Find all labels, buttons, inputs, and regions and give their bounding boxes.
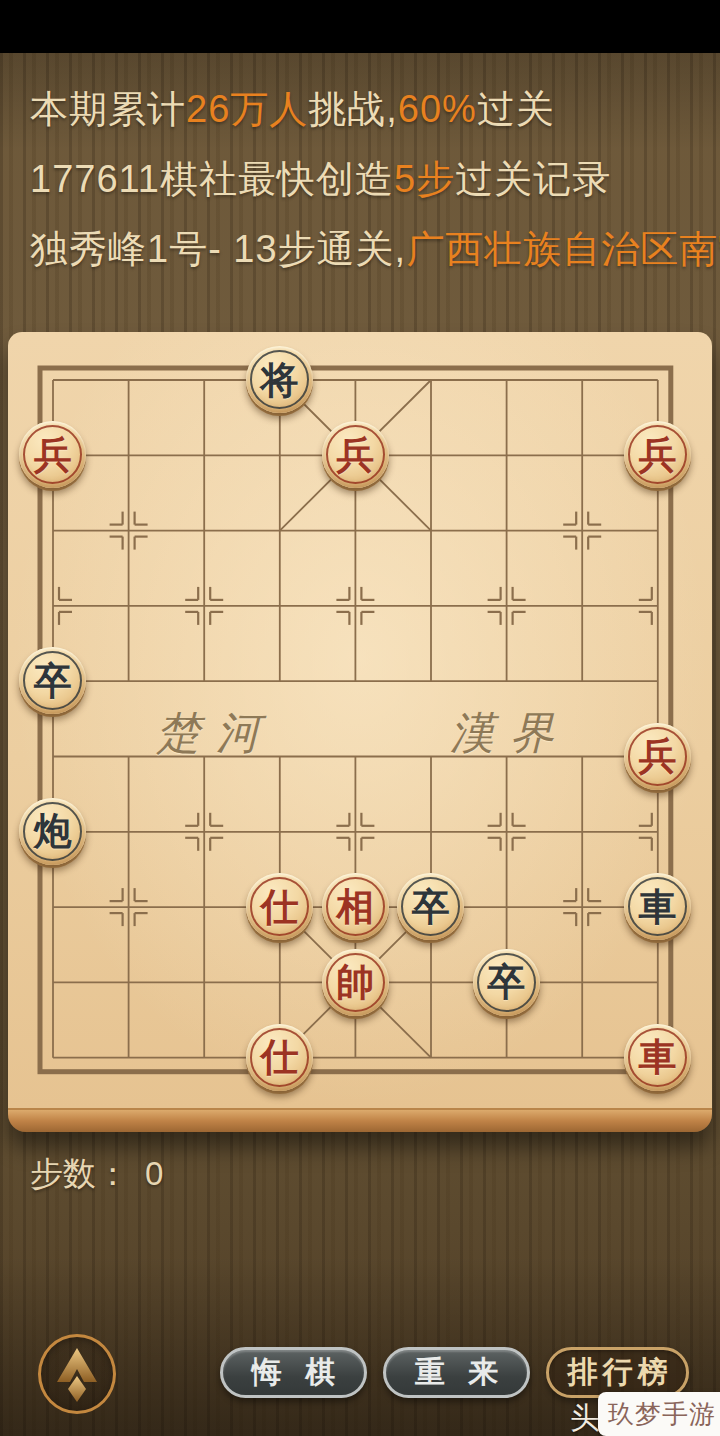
piece-black-卒[interactable]: 卒 [19,647,86,714]
piece-glyph: 炮 [34,812,72,850]
piece-black-炮[interactable]: 炮 [19,798,86,865]
header-text-segment: 26万人 [186,88,308,130]
piece-glyph: 兵 [639,436,677,474]
pieces-grid: 将兵兵兵卒兵炮仕相卒車帥卒仕車 [15,342,696,1095]
up-chevron-icon [54,1346,100,1402]
piece-red-仕[interactable]: 仕 [246,1024,313,1091]
piece-glyph: 卒 [412,888,450,926]
piece-black-卒[interactable]: 卒 [473,949,540,1016]
header-line-ticker: 独秀峰1号- 13步通关,广西壮族自治区南宁市 [30,224,720,275]
header-text-segment: 挑战, [308,88,398,130]
restart-button[interactable]: 重 来 [383,1347,530,1398]
undo-button[interactable]: 悔 棋 [220,1347,367,1398]
watermark-badge: 玖梦手游 [598,1392,720,1436]
piece-red-兵[interactable]: 兵 [19,421,86,488]
board-bevel-edge [8,1108,712,1132]
piece-glyph: 兵 [34,436,72,474]
watermark-name: 玖梦手游 [608,1397,716,1432]
piece-glyph: 車 [639,888,677,926]
piece-black-卒[interactable]: 卒 [397,873,464,940]
header-text-segment: 过关 [477,88,555,130]
piece-red-相[interactable]: 相 [322,873,389,940]
move-counter-label: 步数： [30,1155,129,1192]
piece-glyph: 帥 [336,963,374,1001]
piece-glyph: 卒 [487,963,525,1001]
piece-red-帥[interactable]: 帥 [322,949,389,1016]
piece-glyph: 車 [639,1038,677,1076]
move-counter-value: 0 [145,1155,163,1192]
move-counter: 步数：0 [30,1152,163,1197]
header-text-segment: 过关记录 [455,158,611,200]
piece-red-兵[interactable]: 兵 [624,421,691,488]
header-text-segment: 5步 [394,158,455,200]
piece-red-仕[interactable]: 仕 [246,873,313,940]
header-line-challenge-stats: 本期累计26万人挑战,60%过关 [30,84,555,135]
leaderboard-button[interactable]: 排行榜 [546,1347,689,1398]
xiangqi-board[interactable]: 楚河 漢界 将兵兵兵卒兵炮仕相卒車帥卒仕車 [8,332,712,1132]
piece-glyph: 仕 [261,1038,299,1076]
header-text-segment: 独秀峰1号- 13步通关, [30,228,406,270]
piece-glyph: 仕 [261,888,299,926]
watermark-partial-text: 头 [570,1398,600,1436]
piece-glyph: 兵 [336,436,374,474]
header-text-segment: 本期累计 [30,88,186,130]
piece-red-兵[interactable]: 兵 [624,723,691,790]
status-bar [0,0,720,53]
header-text-segment: 广西壮族自治区南宁市 [406,228,720,270]
app-screen: 本期累计26万人挑战,60%过关 177611棋社最快创造5步过关记录 独秀峰1… [0,0,720,1436]
expand-menu-button[interactable] [38,1334,116,1414]
header-text-segment: 60% [398,88,477,130]
piece-red-兵[interactable]: 兵 [322,421,389,488]
header-line-record: 177611棋社最快创造5步过关记录 [30,154,611,205]
piece-glyph: 卒 [34,662,72,700]
piece-black-将[interactable]: 将 [246,346,313,413]
piece-black-車[interactable]: 車 [624,873,691,940]
header-text-segment: 177611棋社最快创造 [30,158,394,200]
piece-red-車[interactable]: 車 [624,1024,691,1091]
piece-glyph: 将 [261,361,299,399]
piece-glyph: 相 [336,888,374,926]
piece-glyph: 兵 [639,737,677,775]
